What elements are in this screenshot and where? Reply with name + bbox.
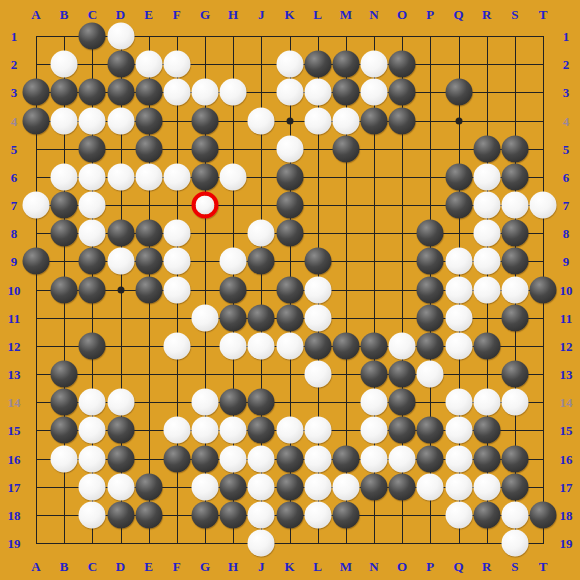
black-stone-C9[interactable]	[79, 248, 106, 275]
black-stone-B15[interactable]	[51, 417, 78, 444]
white-stone-P13[interactable]	[417, 361, 444, 388]
row-label-right-3: 3	[563, 86, 570, 99]
white-stone-F15[interactable]	[163, 417, 190, 444]
white-stone-N14[interactable]	[361, 389, 388, 416]
black-stone-B7[interactable]	[51, 192, 78, 219]
black-stone-L9[interactable]	[304, 248, 331, 275]
black-stone-H11[interactable]	[220, 304, 247, 331]
white-stone-G15[interactable]	[192, 417, 219, 444]
row-label-right-7: 7	[563, 199, 570, 212]
col-label-bottom-B: B	[60, 560, 69, 573]
white-stone-C8[interactable]	[79, 220, 106, 247]
black-stone-K8[interactable]	[276, 220, 303, 247]
black-stone-O14[interactable]	[389, 389, 416, 416]
white-stone-R14[interactable]	[473, 389, 500, 416]
black-stone-J14[interactable]	[248, 389, 275, 416]
black-stone-S17[interactable]	[501, 473, 528, 500]
black-stone-O2[interactable]	[389, 51, 416, 78]
black-stone-O13[interactable]	[389, 361, 416, 388]
white-stone-B16[interactable]	[51, 445, 78, 472]
white-stone-D6[interactable]	[107, 163, 134, 190]
white-stone-L17[interactable]	[304, 473, 331, 500]
white-stone-F3[interactable]	[163, 79, 190, 106]
white-stone-B4[interactable]	[51, 107, 78, 134]
white-stone-O12[interactable]	[389, 332, 416, 359]
col-label-bottom-G: G	[200, 560, 210, 573]
col-label-top-R: R	[482, 8, 491, 21]
col-label-top-J: J	[258, 8, 265, 21]
white-stone-C6[interactable]	[79, 163, 106, 190]
white-stone-H6[interactable]	[220, 163, 247, 190]
row-label-right-5: 5	[563, 142, 570, 155]
black-stone-L2[interactable]	[304, 51, 331, 78]
black-stone-E3[interactable]	[135, 79, 162, 106]
star-point-K4	[286, 117, 293, 124]
black-stone-K16[interactable]	[276, 445, 303, 472]
white-stone-K15[interactable]	[276, 417, 303, 444]
black-stone-J15[interactable]	[248, 417, 275, 444]
row-label-right-8: 8	[563, 227, 570, 240]
white-stone-R9[interactable]	[473, 248, 500, 275]
white-stone-S14[interactable]	[501, 389, 528, 416]
grid-line-horizontal	[36, 543, 544, 544]
row-label-left-3: 3	[11, 86, 18, 99]
col-label-top-S: S	[511, 8, 518, 21]
white-stone-B2[interactable]	[51, 51, 78, 78]
black-stone-K11[interactable]	[276, 304, 303, 331]
col-label-top-C: C	[88, 8, 97, 21]
row-label-left-5: 5	[11, 142, 18, 155]
black-stone-E17[interactable]	[135, 473, 162, 500]
black-stone-N12[interactable]	[361, 332, 388, 359]
col-label-top-O: O	[397, 8, 407, 21]
row-label-left-2: 2	[11, 58, 18, 71]
white-stone-F2[interactable]	[163, 51, 190, 78]
white-stone-Q11[interactable]	[445, 304, 472, 331]
black-stone-C12[interactable]	[79, 332, 106, 359]
row-label-right-9: 9	[563, 255, 570, 268]
row-label-right-6: 6	[563, 170, 570, 183]
white-stone-L13[interactable]	[304, 361, 331, 388]
col-label-bottom-P: P	[426, 560, 434, 573]
black-stone-R18[interactable]	[473, 501, 500, 528]
white-stone-C17[interactable]	[79, 473, 106, 500]
col-label-bottom-J: J	[258, 560, 265, 573]
col-label-bottom-K: K	[284, 560, 294, 573]
black-stone-M12[interactable]	[332, 332, 359, 359]
last-move-marker-G7[interactable]	[192, 192, 219, 219]
col-label-bottom-H: H	[228, 560, 238, 573]
white-stone-J16[interactable]	[248, 445, 275, 472]
col-label-bottom-C: C	[88, 560, 97, 573]
white-stone-L3[interactable]	[304, 79, 331, 106]
row-label-right-13: 13	[560, 368, 573, 381]
row-label-left-14: 14	[8, 396, 21, 409]
black-stone-P12[interactable]	[417, 332, 444, 359]
col-label-top-T: T	[539, 8, 548, 21]
white-stone-G3[interactable]	[192, 79, 219, 106]
white-stone-G17[interactable]	[192, 473, 219, 500]
black-stone-E18[interactable]	[135, 501, 162, 528]
white-stone-J12[interactable]	[248, 332, 275, 359]
white-stone-F10[interactable]	[163, 276, 190, 303]
white-stone-N2[interactable]	[361, 51, 388, 78]
row-label-left-10: 10	[8, 283, 21, 296]
black-stone-P11[interactable]	[417, 304, 444, 331]
row-label-left-17: 17	[8, 480, 21, 493]
black-stone-A4[interactable]	[23, 107, 50, 134]
black-stone-K17[interactable]	[276, 473, 303, 500]
row-label-left-18: 18	[8, 508, 21, 521]
black-stone-Q6[interactable]	[445, 163, 472, 190]
black-stone-C3[interactable]	[79, 79, 106, 106]
black-stone-M18[interactable]	[332, 501, 359, 528]
white-stone-J8[interactable]	[248, 220, 275, 247]
black-stone-F16[interactable]	[163, 445, 190, 472]
col-label-bottom-O: O	[397, 560, 407, 573]
row-label-left-9: 9	[11, 255, 18, 268]
white-stone-D9[interactable]	[107, 248, 134, 275]
black-stone-P10[interactable]	[417, 276, 444, 303]
black-stone-P15[interactable]	[417, 417, 444, 444]
black-stone-O15[interactable]	[389, 417, 416, 444]
black-stone-E8[interactable]	[135, 220, 162, 247]
black-stone-S11[interactable]	[501, 304, 528, 331]
row-label-left-12: 12	[8, 339, 21, 352]
row-label-right-2: 2	[563, 58, 570, 71]
row-label-right-12: 12	[560, 339, 573, 352]
white-stone-F12[interactable]	[163, 332, 190, 359]
col-label-bottom-T: T	[539, 560, 548, 573]
col-label-bottom-E: E	[144, 560, 153, 573]
white-stone-G14[interactable]	[192, 389, 219, 416]
black-stone-L12[interactable]	[304, 332, 331, 359]
black-stone-R16[interactable]	[473, 445, 500, 472]
black-stone-H10[interactable]	[220, 276, 247, 303]
black-stone-N17[interactable]	[361, 473, 388, 500]
col-label-top-M: M	[340, 8, 352, 21]
white-stone-D4[interactable]	[107, 107, 134, 134]
white-stone-K3[interactable]	[276, 79, 303, 106]
white-stone-B6[interactable]	[51, 163, 78, 190]
white-stone-Q9[interactable]	[445, 248, 472, 275]
white-stone-O16[interactable]	[389, 445, 416, 472]
row-label-right-14: 14	[560, 396, 573, 409]
white-stone-D14[interactable]	[107, 389, 134, 416]
black-stone-J9[interactable]	[248, 248, 275, 275]
white-stone-M17[interactable]	[332, 473, 359, 500]
white-stone-J17[interactable]	[248, 473, 275, 500]
col-label-bottom-S: S	[511, 560, 518, 573]
white-stone-K2[interactable]	[276, 51, 303, 78]
black-stone-K10[interactable]	[276, 276, 303, 303]
black-stone-D8[interactable]	[107, 220, 134, 247]
black-stone-N13[interactable]	[361, 361, 388, 388]
white-stone-S10[interactable]	[501, 276, 528, 303]
black-stone-E4[interactable]	[135, 107, 162, 134]
black-stone-R15[interactable]	[473, 417, 500, 444]
white-stone-Q14[interactable]	[445, 389, 472, 416]
white-stone-S19[interactable]	[501, 530, 528, 557]
col-label-bottom-L: L	[313, 560, 322, 573]
black-stone-S13[interactable]	[501, 361, 528, 388]
white-stone-N3[interactable]	[361, 79, 388, 106]
row-label-left-7: 7	[11, 199, 18, 212]
col-label-top-Q: Q	[453, 8, 463, 21]
star-point-D10	[117, 286, 124, 293]
col-label-top-L: L	[313, 8, 322, 21]
black-stone-G18[interactable]	[192, 501, 219, 528]
col-label-top-B: B	[60, 8, 69, 21]
white-stone-Q17[interactable]	[445, 473, 472, 500]
white-stone-L4[interactable]	[304, 107, 331, 134]
black-stone-A3[interactable]	[23, 79, 50, 106]
white-stone-Q16[interactable]	[445, 445, 472, 472]
row-label-left-13: 13	[8, 368, 21, 381]
white-stone-L15[interactable]	[304, 417, 331, 444]
black-stone-H18[interactable]	[220, 501, 247, 528]
black-stone-O3[interactable]	[389, 79, 416, 106]
white-stone-C4[interactable]	[79, 107, 106, 134]
white-stone-T7[interactable]	[530, 192, 557, 219]
row-label-right-4: 4	[563, 114, 570, 127]
white-stone-D1[interactable]	[107, 23, 134, 50]
black-stone-G5[interactable]	[192, 135, 219, 162]
black-stone-K6[interactable]	[276, 163, 303, 190]
black-stone-A9[interactable]	[23, 248, 50, 275]
black-stone-K18[interactable]	[276, 501, 303, 528]
black-stone-D3[interactable]	[107, 79, 134, 106]
white-stone-N15[interactable]	[361, 417, 388, 444]
black-stone-P9[interactable]	[417, 248, 444, 275]
black-stone-B8[interactable]	[51, 220, 78, 247]
col-label-top-F: F	[173, 8, 181, 21]
black-stone-M16[interactable]	[332, 445, 359, 472]
row-label-right-1: 1	[563, 30, 570, 43]
white-stone-S18[interactable]	[501, 501, 528, 528]
white-stone-N16[interactable]	[361, 445, 388, 472]
row-label-left-6: 6	[11, 170, 18, 183]
white-stone-C7[interactable]	[79, 192, 106, 219]
black-stone-H14[interactable]	[220, 389, 247, 416]
white-stone-C16[interactable]	[79, 445, 106, 472]
white-stone-L18[interactable]	[304, 501, 331, 528]
black-stone-K7[interactable]	[276, 192, 303, 219]
col-label-bottom-M: M	[340, 560, 352, 573]
white-stone-L11[interactable]	[304, 304, 331, 331]
black-stone-B10[interactable]	[51, 276, 78, 303]
row-label-right-10: 10	[560, 283, 573, 296]
black-stone-S16[interactable]	[501, 445, 528, 472]
white-stone-H15[interactable]	[220, 417, 247, 444]
black-stone-S6[interactable]	[501, 163, 528, 190]
white-stone-Q12[interactable]	[445, 332, 472, 359]
col-label-bottom-R: R	[482, 560, 491, 573]
white-stone-C14[interactable]	[79, 389, 106, 416]
black-stone-M5[interactable]	[332, 135, 359, 162]
go-board[interactable]: AABBCCDDEEFFGGHHJJKKLLMMNNOOPPQQRRSSTT11…	[0, 0, 580, 580]
col-label-top-K: K	[284, 8, 294, 21]
col-label-top-D: D	[116, 8, 125, 21]
col-label-bottom-A: A	[31, 560, 40, 573]
black-stone-Q3[interactable]	[445, 79, 472, 106]
black-stone-M3[interactable]	[332, 79, 359, 106]
black-stone-G16[interactable]	[192, 445, 219, 472]
col-label-top-E: E	[144, 8, 153, 21]
white-stone-H9[interactable]	[220, 248, 247, 275]
white-stone-R10[interactable]	[473, 276, 500, 303]
white-stone-C18[interactable]	[79, 501, 106, 528]
black-stone-C1[interactable]	[79, 23, 106, 50]
black-stone-C5[interactable]	[79, 135, 106, 162]
star-point-Q4	[455, 117, 462, 124]
white-stone-Q10[interactable]	[445, 276, 472, 303]
black-stone-D16[interactable]	[107, 445, 134, 472]
row-label-left-8: 8	[11, 227, 18, 240]
col-label-top-A: A	[31, 8, 40, 21]
white-stone-F6[interactable]	[163, 163, 190, 190]
white-stone-H12[interactable]	[220, 332, 247, 359]
row-label-right-16: 16	[560, 452, 573, 465]
white-stone-J18[interactable]	[248, 501, 275, 528]
white-stone-S7[interactable]	[501, 192, 528, 219]
col-label-top-H: H	[228, 8, 238, 21]
black-stone-P8[interactable]	[417, 220, 444, 247]
black-stone-D2[interactable]	[107, 51, 134, 78]
black-stone-O17[interactable]	[389, 473, 416, 500]
white-stone-G11[interactable]	[192, 304, 219, 331]
row-label-left-1: 1	[11, 30, 18, 43]
black-stone-B13[interactable]	[51, 361, 78, 388]
col-label-bottom-F: F	[173, 560, 181, 573]
white-stone-L16[interactable]	[304, 445, 331, 472]
row-label-right-18: 18	[560, 508, 573, 521]
black-stone-O4[interactable]	[389, 107, 416, 134]
white-stone-L10[interactable]	[304, 276, 331, 303]
black-stone-S8[interactable]	[501, 220, 528, 247]
black-stone-E10[interactable]	[135, 276, 162, 303]
black-stone-S9[interactable]	[501, 248, 528, 275]
white-stone-H3[interactable]	[220, 79, 247, 106]
col-label-top-G: G	[200, 8, 210, 21]
black-stone-T10[interactable]	[530, 276, 557, 303]
white-stone-F9[interactable]	[163, 248, 190, 275]
black-stone-T18[interactable]	[530, 501, 557, 528]
black-stone-B14[interactable]	[51, 389, 78, 416]
white-stone-F8[interactable]	[163, 220, 190, 247]
white-stone-H16[interactable]	[220, 445, 247, 472]
black-stone-E9[interactable]	[135, 248, 162, 275]
black-stone-G6[interactable]	[192, 163, 219, 190]
row-label-right-11: 11	[560, 311, 572, 324]
black-stone-S5[interactable]	[501, 135, 528, 162]
black-stone-P16[interactable]	[417, 445, 444, 472]
col-label-bottom-N: N	[369, 560, 378, 573]
row-label-left-4: 4	[11, 114, 18, 127]
white-stone-Q18[interactable]	[445, 501, 472, 528]
black-stone-M2[interactable]	[332, 51, 359, 78]
row-label-right-19: 19	[560, 537, 573, 550]
black-stone-B3[interactable]	[51, 79, 78, 106]
col-label-bottom-D: D	[116, 560, 125, 573]
black-stone-H17[interactable]	[220, 473, 247, 500]
black-stone-N4[interactable]	[361, 107, 388, 134]
white-stone-K5[interactable]	[276, 135, 303, 162]
black-stone-Q7[interactable]	[445, 192, 472, 219]
black-stone-E5[interactable]	[135, 135, 162, 162]
white-stone-E2[interactable]	[135, 51, 162, 78]
white-stone-C15[interactable]	[79, 417, 106, 444]
row-label-right-15: 15	[560, 424, 573, 437]
white-stone-J19[interactable]	[248, 530, 275, 557]
row-label-left-19: 19	[8, 537, 21, 550]
white-stone-R8[interactable]	[473, 220, 500, 247]
white-stone-J4[interactable]	[248, 107, 275, 134]
white-stone-K12[interactable]	[276, 332, 303, 359]
white-stone-R17[interactable]	[473, 473, 500, 500]
white-stone-D17[interactable]	[107, 473, 134, 500]
black-stone-D15[interactable]	[107, 417, 134, 444]
row-label-left-16: 16	[8, 452, 21, 465]
grid-line-horizontal	[36, 374, 544, 375]
col-label-top-P: P	[426, 8, 434, 21]
col-label-top-N: N	[369, 8, 378, 21]
go-board-screen: go AABBCCDDEEFFGGHHJJKKLLMMNNOOPPQQRRSST…	[0, 0, 580, 580]
white-stone-Q15[interactable]	[445, 417, 472, 444]
row-label-left-11: 11	[8, 311, 20, 324]
black-stone-C10[interactable]	[79, 276, 106, 303]
white-stone-R7[interactable]	[473, 192, 500, 219]
white-stone-R6[interactable]	[473, 163, 500, 190]
white-stone-M4[interactable]	[332, 107, 359, 134]
row-label-right-17: 17	[560, 480, 573, 493]
row-label-left-15: 15	[8, 424, 21, 437]
black-stone-J11[interactable]	[248, 304, 275, 331]
col-label-bottom-Q: Q	[453, 560, 463, 573]
white-stone-A7[interactable]	[23, 192, 50, 219]
white-stone-P17[interactable]	[417, 473, 444, 500]
black-stone-R12[interactable]	[473, 332, 500, 359]
black-stone-G4[interactable]	[192, 107, 219, 134]
black-stone-R5[interactable]	[473, 135, 500, 162]
white-stone-E6[interactable]	[135, 163, 162, 190]
black-stone-D18[interactable]	[107, 501, 134, 528]
